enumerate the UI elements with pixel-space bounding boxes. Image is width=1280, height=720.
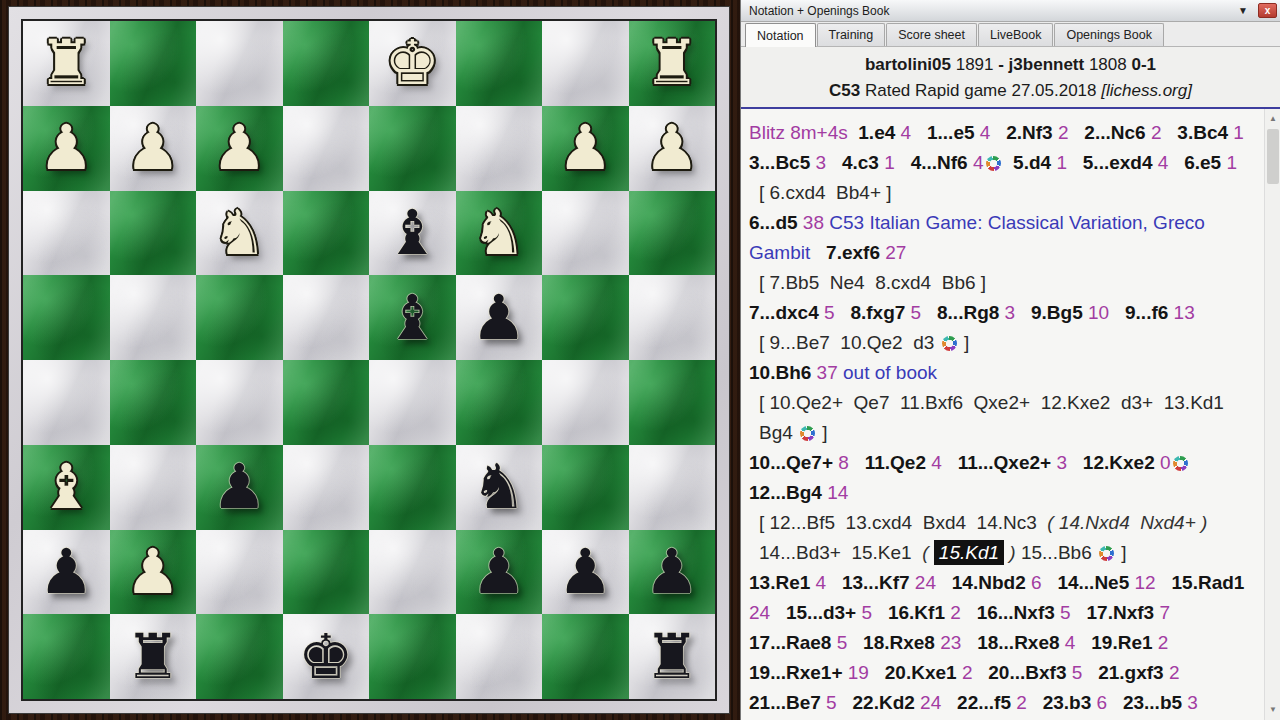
black-rook[interactable]: ♜ [125, 626, 181, 688]
board-square[interactable]: ♟ [23, 106, 110, 191]
variation-move[interactable]: ] [817, 422, 828, 443]
variation-move[interactable]: [ 10.Qe2+ Qe7 11.Bxf6 Qxe2+ 12.Kxe2 d3+ … [759, 392, 1224, 413]
notation-line: [ 9...Be7 10.Qe2 d3 ] [749, 328, 1262, 358]
game-header: bartolini05 1891 - j3bennett 1808 0-1 C5… [741, 47, 1280, 109]
board-square[interactable] [196, 614, 283, 699]
move-time: 2 [1058, 122, 1069, 143]
move-time: 5 [826, 692, 837, 713]
black-bishop[interactable]: ♝ [384, 202, 440, 264]
livebook-icon[interactable] [1173, 456, 1188, 471]
move[interactable]: 5...exd4 [1067, 152, 1158, 173]
move-time: 24 [915, 572, 936, 593]
move[interactable]: 12.Kxe2 [1067, 452, 1160, 473]
current-move-highlight[interactable]: 15.Kd1 [934, 540, 1004, 565]
move-time: 38 [803, 212, 824, 233]
move[interactable]: 18.Rxe8 [847, 632, 940, 653]
black-pawn[interactable]: ♟ [38, 541, 94, 603]
board-square[interactable] [283, 530, 370, 615]
board-square[interactable] [23, 614, 110, 699]
board-square[interactable] [456, 360, 543, 445]
notation-line: 6...d5 38 C53 Italian Game: Classical Va… [749, 208, 1262, 238]
variation-move[interactable]: 14...Bd3+ 15.Ke1 [759, 542, 922, 563]
move[interactable]: 12...Bg4 [749, 482, 827, 503]
moves-list: Blitz 8m+4s 1.e4 4 1...e5 4 2.Nf3 2 2...… [749, 118, 1262, 718]
board-square[interactable]: ♟ [196, 106, 283, 191]
board-square[interactable] [542, 191, 629, 276]
move[interactable]: 3...Bc5 [749, 152, 816, 173]
scroll-up-icon[interactable]: ▲ [1265, 111, 1280, 127]
livebook-icon[interactable] [800, 426, 815, 441]
board-square[interactable]: ♚ [369, 21, 456, 106]
board-square[interactable] [456, 106, 543, 191]
board-square[interactable]: ♟ [110, 530, 197, 615]
notation-line: [ 10.Qe2+ Qe7 11.Bxf6 Qxe2+ 12.Kxe2 d3+ … [749, 388, 1262, 418]
scroll-thumb[interactable] [1267, 129, 1279, 184]
black-pawn[interactable]: ♟ [211, 456, 267, 518]
move[interactable]: 20.Kxe1 [869, 662, 962, 683]
board-square[interactable]: ♟ [23, 530, 110, 615]
move[interactable]: 15.Rad1 [1156, 572, 1245, 593]
board-square[interactable] [110, 445, 197, 530]
board-square[interactable] [283, 360, 370, 445]
move-time: 4 [973, 152, 984, 173]
move-time: 2 [962, 662, 973, 683]
board-square[interactable]: ♚ [283, 614, 370, 699]
board-square[interactable]: ♝ [369, 191, 456, 276]
board-square[interactable] [283, 106, 370, 191]
move[interactable]: 19.Re1 [1075, 632, 1157, 653]
board-square[interactable] [110, 275, 197, 360]
move-time: 8 [838, 452, 849, 473]
board-square[interactable] [542, 360, 629, 445]
board-square[interactable] [283, 275, 370, 360]
move-time: 4 [816, 572, 827, 593]
move-time: 10 [1088, 302, 1109, 323]
move-time: 5 [911, 302, 922, 323]
board-square[interactable] [110, 21, 197, 106]
board-square[interactable] [629, 275, 716, 360]
white-elo: 1891 [951, 55, 998, 74]
board-square[interactable] [283, 21, 370, 106]
board-grid: ♜♚♜♟♟♟♟♟♞♝♞♝♟♝♟♞♟♟♟♟♟♜♚♜ [21, 19, 717, 701]
move-time: 1 [1226, 152, 1237, 173]
notation-line: 14...Bd3+ 15.Ke1 ( 15.Kd1 ) 15...Bb6 ] [749, 538, 1262, 568]
move-time: 5 [862, 602, 873, 623]
move[interactable]: 7.exf6 [810, 242, 885, 263]
board-square[interactable] [196, 530, 283, 615]
move[interactable]: 20...Bxf3 [972, 662, 1071, 683]
move-time: 2 [1158, 632, 1169, 653]
players-dash: - [998, 55, 1008, 74]
move-time: 2 [1151, 122, 1162, 143]
move[interactable]: 17.Nxf3 [1071, 602, 1160, 623]
black-player: j3bennett [1009, 55, 1085, 74]
board-square[interactable] [23, 360, 110, 445]
move-time: 4 [1158, 152, 1169, 173]
notation-panel: Notation + Openings Book ▼ x Notation Tr… [740, 0, 1280, 720]
notation-line: 21...Be7 5 22.Kd2 24 22...f5 2 23.b3 6 2… [749, 688, 1262, 718]
move-time: 27 [885, 242, 906, 263]
board-square[interactable]: ♟ [110, 106, 197, 191]
move-time: 1 [1233, 122, 1244, 143]
board-square[interactable]: ♜ [629, 614, 716, 699]
players-line: bartolini05 1891 - j3bennett 1808 0-1 [741, 52, 1280, 78]
board-square[interactable]: ♟ [629, 106, 716, 191]
board-square[interactable] [23, 191, 110, 276]
board-square[interactable]: ♟ [196, 445, 283, 530]
variation-move[interactable]: ] [1116, 542, 1127, 563]
move-time: 1 [1056, 152, 1067, 173]
annotation-text: out of book [838, 362, 937, 383]
board-square[interactable] [456, 21, 543, 106]
annotation-text: C53 Italian Game: Classical Variation, G… [824, 212, 1205, 233]
move[interactable]: 23...b5 [1107, 692, 1187, 713]
board-square[interactable] [542, 275, 629, 360]
livebook-icon[interactable] [1099, 546, 1114, 561]
tab-score-sheet[interactable]: Score sheet [886, 23, 977, 46]
board-square[interactable] [369, 530, 456, 615]
move-time: 3 [1056, 452, 1067, 473]
move[interactable]: 14...Ne5 [1042, 572, 1135, 593]
move[interactable]: 11...Qxe2+ [942, 452, 1057, 473]
board-square[interactable] [369, 106, 456, 191]
board-square[interactable] [196, 275, 283, 360]
move-time: 2 [950, 602, 961, 623]
board-square[interactable]: ♝ [23, 445, 110, 530]
notation-line: 17...Rae8 5 18.Rxe8 23 18...Rxe8 4 19.Re… [749, 628, 1262, 658]
board-square[interactable]: ♟ [542, 530, 629, 615]
move-time: 1 [884, 152, 895, 173]
move[interactable]: 6...d5 [749, 212, 803, 233]
move-time: 6 [1031, 572, 1042, 593]
move[interactable]: 22.Kd2 [837, 692, 920, 713]
move[interactable]: 9...f6 [1109, 302, 1173, 323]
move[interactable]: 13...Kf7 [826, 572, 915, 593]
event-source: [lichess.org] [1101, 81, 1192, 100]
board-square[interactable] [629, 191, 716, 276]
move-time: 4 [1065, 632, 1076, 653]
move-time: 4 [980, 122, 991, 143]
board-square[interactable] [110, 360, 197, 445]
white-knight[interactable]: ♞ [211, 202, 267, 264]
move-time: 3 [816, 152, 827, 173]
variation-move[interactable]: [ 6.cxd4 Bb4+ ] [759, 182, 892, 203]
board-square[interactable] [369, 614, 456, 699]
board-square[interactable] [542, 445, 629, 530]
move[interactable]: 22...f5 [941, 692, 1016, 713]
board-square[interactable]: ♞ [456, 191, 543, 276]
board-square[interactable]: ♜ [23, 21, 110, 106]
pane-menu-dropdown-icon[interactable]: ▼ [1238, 5, 1248, 16]
move[interactable]: 4.c3 [826, 152, 884, 173]
move-time: 5 [1060, 602, 1071, 623]
tab-bar: Notation Training Score sheet LiveBook O… [741, 22, 1280, 47]
move-time: 24 [920, 692, 941, 713]
move-time: 4 [931, 452, 942, 473]
board-square[interactable] [629, 445, 716, 530]
variation-move[interactable]: [ 7.Bb5 Ne4 8.cxd4 Bb6 ] [759, 272, 986, 293]
board-square[interactable] [369, 360, 456, 445]
white-pawn[interactable]: ♟ [38, 117, 94, 179]
notation-line: 10...Qe7+ 8 11.Qe2 4 11...Qxe2+ 3 12.Kxe… [749, 448, 1262, 478]
move[interactable]: 10...Qe7+ [749, 452, 838, 473]
notation-line: 7...dxc4 5 8.fxg7 5 8...Rg8 3 9.Bg5 10 9… [749, 298, 1262, 328]
move-time: 0 [1160, 452, 1171, 473]
move[interactable]: 1...e5 [911, 122, 980, 143]
tab-livebook[interactable]: LiveBook [978, 23, 1053, 46]
move[interactable]: 1.e4 [848, 122, 901, 143]
board-square[interactable]: ♟ [456, 530, 543, 615]
move-time: 13 [1174, 302, 1195, 323]
notation-line: Bg4 ] [749, 418, 1262, 448]
board-square[interactable]: ♝ [369, 275, 456, 360]
white-knight[interactable]: ♞ [471, 202, 527, 264]
black-pawn[interactable]: ♟ [557, 541, 613, 603]
board-square[interactable]: ♜ [110, 614, 197, 699]
board-square[interactable]: ♞ [456, 445, 543, 530]
move-time: 4 [901, 122, 912, 143]
panel-title-bar: Notation + Openings Book ▼ x [741, 0, 1280, 22]
move-time: 2 [1016, 692, 1027, 713]
event-name: Rated Rapid game 27.05.2018 [860, 81, 1101, 100]
scroll-down-icon[interactable]: ▼ [1265, 702, 1280, 718]
move-time: 5 [837, 632, 848, 653]
variation-move[interactable]: ( [922, 542, 934, 563]
board-square[interactable]: ♟ [456, 275, 543, 360]
tab-openings-book[interactable]: Openings Book [1054, 23, 1163, 46]
livebook-icon[interactable] [942, 336, 957, 351]
move-time: 7 [1159, 602, 1170, 623]
notation-line: 10.Bh6 37 out of book [749, 358, 1262, 388]
board-square[interactable] [369, 445, 456, 530]
board-square[interactable]: ♟ [542, 106, 629, 191]
move[interactable]: 16...Nxf3 [961, 602, 1060, 623]
notation-line: 3...Bc5 3 4.c3 1 4...Nf6 4 5.d4 1 5...ex… [749, 148, 1262, 178]
white-player: bartolini05 [865, 55, 951, 74]
move-time: 3 [1187, 692, 1198, 713]
move-time: 2 [1169, 662, 1180, 683]
black-knight[interactable]: ♞ [471, 456, 527, 518]
move[interactable]: 10.Bh6 [749, 362, 817, 383]
close-icon[interactable]: x [1258, 3, 1277, 18]
black-rook[interactable]: ♜ [644, 626, 700, 688]
notation-line: Gambit 7.exf6 27 [749, 238, 1262, 268]
board-square[interactable]: ♜ [629, 21, 716, 106]
move[interactable]: 11.Qe2 [849, 452, 931, 473]
black-pawn[interactable]: ♟ [644, 541, 700, 603]
move[interactable]: 13.Re1 [749, 572, 816, 593]
white-rook[interactable]: ♜ [38, 32, 94, 94]
notation-line: 19...Rxe1+ 19 20.Kxe1 2 20...Bxf3 5 21.g… [749, 658, 1262, 688]
move[interactable]: 6.e5 [1168, 152, 1226, 173]
variation-move[interactable]: ) [1004, 542, 1016, 563]
move[interactable]: 17...Rae8 [749, 632, 837, 653]
move-time: 12 [1135, 572, 1156, 593]
move-time: 24 [749, 602, 770, 623]
move-time: 5 [824, 302, 835, 323]
white-bishop[interactable]: ♝ [38, 456, 94, 518]
variation-move[interactable]: 15...Bb6 [1016, 542, 1097, 563]
notation-line: 24 15...d3+ 5 16.Kf1 2 16...Nxf3 5 17.Nx… [749, 598, 1262, 628]
eco-code: C53 [829, 81, 860, 100]
move[interactable]: 3.Bc4 [1161, 122, 1233, 143]
board-square[interactable]: ♞ [196, 191, 283, 276]
notation-line: [ 6.cxd4 Bb4+ ] [749, 178, 1262, 208]
notation-line: [ 12...Bf5 13.cxd4 Bxd4 14.Nc3 ( 14.Nxd4… [749, 508, 1262, 538]
white-pawn[interactable]: ♟ [644, 117, 700, 179]
board-square[interactable] [542, 614, 629, 699]
move-time: 6 [1097, 692, 1108, 713]
move-time: 5 [1072, 662, 1083, 683]
move[interactable]: 4...Nf6 [895, 152, 973, 173]
move[interactable]: 14.Nbd2 [936, 572, 1031, 593]
white-pawn[interactable]: ♟ [125, 117, 181, 179]
black-bishop[interactable]: ♝ [384, 287, 440, 349]
move[interactable]: 18...Rxe8 [961, 632, 1065, 653]
move[interactable]: 21.gxf3 [1082, 662, 1169, 683]
move-time: 14 [827, 482, 848, 503]
board-square[interactable] [542, 21, 629, 106]
move-time: 37 [817, 362, 838, 383]
notation-line: Blitz 8m+4s 1.e4 4 1...e5 4 2.Nf3 2 2...… [749, 118, 1262, 148]
black-king[interactable]: ♚ [298, 626, 354, 688]
board-square[interactable] [283, 191, 370, 276]
chess-board-frame: ♜♚♜♟♟♟♟♟♞♝♞♝♟♝♟♞♟♟♟♟♟♜♚♜ [8, 6, 730, 714]
move[interactable]: 8...Rg8 [921, 302, 1004, 323]
event-line: C53 Rated Rapid game 27.05.2018 [lichess… [741, 78, 1280, 104]
panel-title: Notation + Openings Book [749, 4, 889, 18]
variation-move[interactable]: Bg4 [759, 422, 798, 443]
livebook-icon[interactable] [986, 156, 1001, 171]
black-pawn[interactable]: ♟ [471, 287, 527, 349]
move[interactable]: 2.Nf3 [990, 122, 1058, 143]
notation-line: 13.Re1 4 13...Kf7 24 14.Nbd2 6 14...Ne5 … [749, 568, 1262, 598]
move-time: 19 [848, 662, 869, 683]
move-time: Blitz 8m+4s [749, 122, 848, 143]
black-elo: 1808 [1084, 55, 1131, 74]
move-time: 3 [1005, 302, 1016, 323]
move[interactable]: 19...Rxe1+ [749, 662, 848, 683]
move[interactable]: 5.d4 [1003, 152, 1057, 173]
variation-move[interactable]: [ 9...Be7 10.Qe2 d3 [759, 332, 940, 353]
variation-move[interactable]: [ 12...Bf5 13.cxd4 Bxd4 14.Nc3 [759, 512, 1047, 533]
move[interactable]: 21...Be7 [749, 692, 826, 713]
tab-notation[interactable]: Notation [745, 23, 816, 47]
move[interactable]: 8.fxg7 [835, 302, 911, 323]
annotation-text: Gambit [749, 242, 810, 263]
move[interactable]: 15...d3+ [770, 602, 861, 623]
move-time: 23 [940, 632, 961, 653]
board-square[interactable] [196, 21, 283, 106]
notation-line: 12...Bg4 14 [749, 478, 1262, 508]
board-square[interactable] [629, 360, 716, 445]
board-square[interactable] [456, 614, 543, 699]
board-square[interactable] [283, 445, 370, 530]
game-result: 0-1 [1131, 55, 1156, 74]
variation-move[interactable]: ( 14.Nxd4 Nxd4+ ) [1047, 512, 1207, 533]
board-square[interactable] [110, 191, 197, 276]
move[interactable]: 7...dxc4 [749, 302, 824, 323]
board-square[interactable] [196, 360, 283, 445]
board-square[interactable]: ♟ [629, 530, 716, 615]
move[interactable]: 2...Nc6 [1069, 122, 1151, 143]
black-pawn[interactable]: ♟ [471, 541, 527, 603]
move[interactable]: 23.b3 [1027, 692, 1097, 713]
variation-move[interactable]: ] [959, 332, 970, 353]
board-square[interactable] [23, 275, 110, 360]
white-pawn[interactable]: ♟ [557, 117, 613, 179]
moves-pane: Blitz 8m+4s 1.e4 4 1...e5 4 2.Nf3 2 2...… [741, 109, 1280, 720]
scrollbar[interactable]: ▲ ▼ [1264, 109, 1280, 720]
move[interactable]: 9.Bg5 [1015, 302, 1088, 323]
move[interactable]: 16.Kf1 [872, 602, 950, 623]
white-king[interactable]: ♚ [384, 32, 440, 94]
tab-training[interactable]: Training [817, 23, 886, 46]
white-pawn[interactable]: ♟ [211, 117, 267, 179]
white-rook[interactable]: ♜ [644, 32, 700, 94]
white-pawn[interactable]: ♟ [125, 541, 181, 603]
notation-line: [ 7.Bb5 Ne4 8.cxd4 Bb6 ] [749, 268, 1262, 298]
